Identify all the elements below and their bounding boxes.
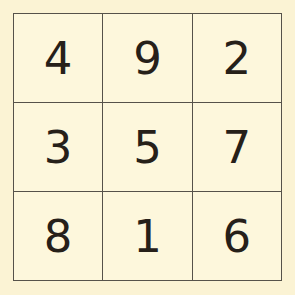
magic-square-board: 4 9 2 3 5 7 8 1 6 [13,13,282,281]
cell-r2c3: 7 [193,103,281,191]
cell-r3c3: 6 [193,192,281,280]
cell-r3c1: 8 [14,192,102,280]
cell-value: 6 [223,214,252,259]
cell-value: 9 [133,36,162,81]
cell-value: 5 [133,125,162,170]
cell-r1c2: 9 [103,14,191,102]
cell-r2c1: 3 [14,103,102,191]
cell-value: 4 [44,36,73,81]
cell-r3c2: 1 [103,192,191,280]
cell-r2c2: 5 [103,103,191,191]
cell-value: 3 [44,125,73,170]
cell-r1c1: 4 [14,14,102,102]
cell-value: 8 [44,214,73,259]
cell-value: 7 [223,125,252,170]
cell-value: 1 [133,214,162,259]
cell-value: 2 [223,36,252,81]
cell-r1c3: 2 [193,14,281,102]
